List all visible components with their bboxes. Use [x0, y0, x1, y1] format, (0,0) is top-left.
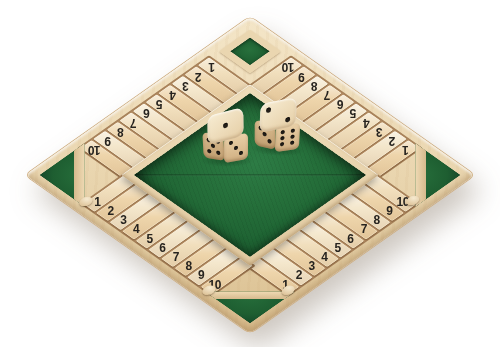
- die-pip: [239, 151, 243, 156]
- die-pip: [263, 132, 267, 137]
- die-pip: [267, 139, 271, 144]
- die-pip: [211, 144, 215, 149]
- tile-number: 1: [396, 144, 414, 156]
- die-pip: [229, 141, 233, 146]
- die-pip: [234, 146, 238, 151]
- die-pip: [280, 136, 284, 141]
- product-photo-stage: 10987654321 12345678910 10987654321 1234…: [0, 0, 500, 347]
- die-pip: [285, 117, 290, 123]
- die-pip: [291, 134, 295, 139]
- die-pip: [291, 128, 295, 133]
- die-left[interactable]: [202, 110, 252, 166]
- die-pip: [280, 142, 284, 147]
- die-pip: [207, 149, 211, 154]
- die-pip: [223, 123, 228, 129]
- corner-opening-north: [219, 29, 281, 73]
- die-right[interactable]: [253, 98, 306, 157]
- die-pip: [266, 107, 271, 113]
- die-pip: [216, 151, 220, 156]
- shut-the-box-board: 10987654321 12345678910 10987654321 1234…: [25, 16, 475, 333]
- die-pip: [280, 130, 284, 135]
- die-pip: [290, 140, 294, 145]
- board-shadow-wrap: 10987654321 12345678910 10987654321 1234…: [0, 0, 500, 347]
- tile-number: 10: [86, 144, 104, 156]
